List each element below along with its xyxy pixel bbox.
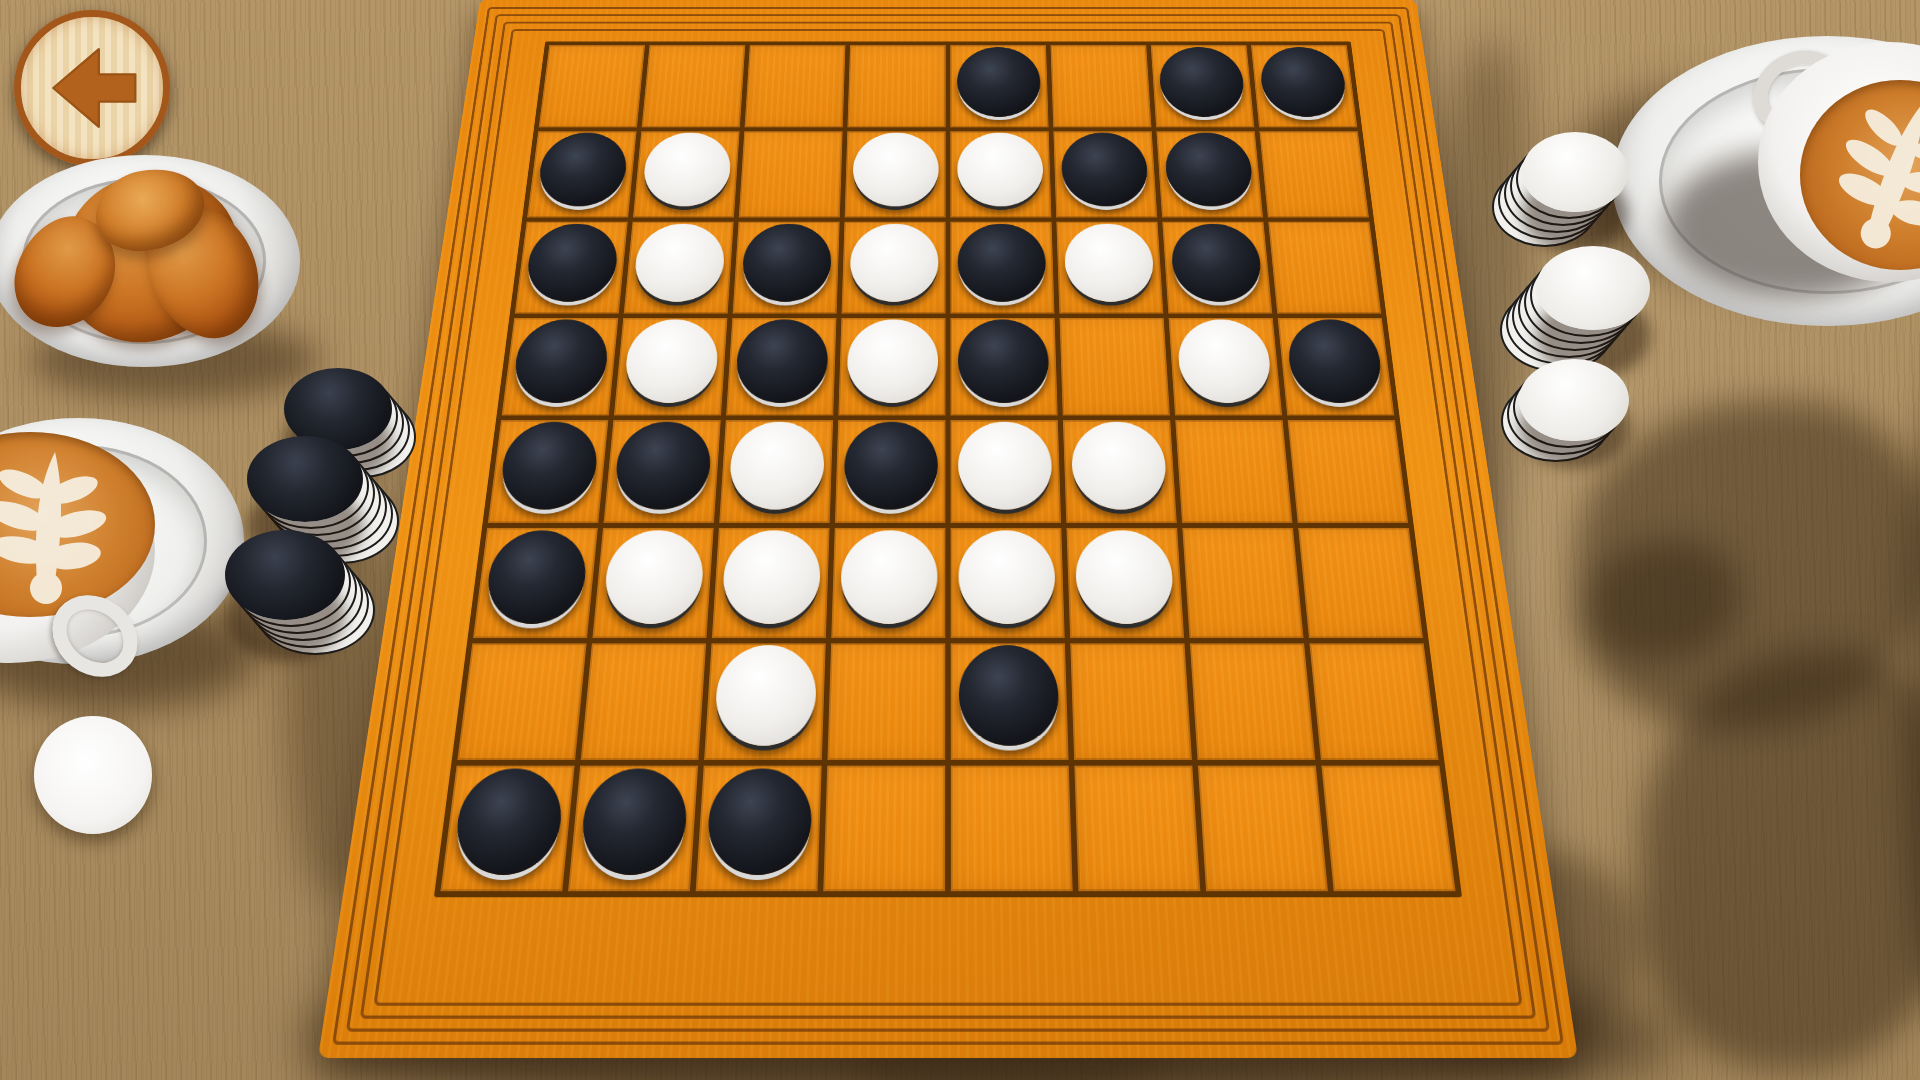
cell-r1c6[interactable] — [1051, 45, 1152, 127]
cell-r3c2[interactable] — [624, 222, 734, 314]
stack-top-disc-black — [247, 436, 363, 522]
cell-r5c1[interactable] — [488, 420, 609, 523]
disc-black — [536, 133, 630, 207]
disc-black — [1060, 133, 1149, 207]
disc-black — [734, 320, 829, 403]
latte-art-right — [1800, 80, 1920, 270]
cell-r8c4[interactable] — [823, 766, 945, 891]
cell-r3c5[interactable] — [950, 222, 1054, 314]
black-stack-3 — [225, 530, 375, 655]
cell-r1c2[interactable] — [642, 45, 746, 127]
cell-r7c4[interactable] — [827, 643, 945, 760]
cell-r7c3[interactable] — [704, 643, 826, 760]
stack-top-disc-white — [1536, 246, 1650, 330]
cell-r5c4[interactable] — [835, 420, 946, 523]
disc-white — [849, 224, 938, 302]
disc-black — [612, 422, 713, 510]
disc-black — [958, 320, 1050, 403]
disc-white — [957, 133, 1044, 207]
disc-white — [958, 422, 1053, 510]
cell-r8c6[interactable] — [1074, 766, 1200, 891]
white-stack-3 — [1501, 359, 1629, 462]
disc-black — [741, 224, 833, 302]
cell-r6c8[interactable] — [1298, 528, 1423, 638]
cell-r5c5[interactable] — [951, 420, 1062, 523]
disc-black — [959, 645, 1060, 745]
disc-white — [846, 320, 938, 403]
cell-r7c7[interactable] — [1190, 643, 1315, 760]
stack-top-disc-white — [1522, 132, 1628, 212]
arrow-left-icon — [35, 31, 149, 145]
disc-black — [451, 768, 566, 875]
disc-black — [843, 422, 938, 510]
disc-black — [483, 530, 590, 624]
disc-white — [1070, 422, 1168, 510]
cell-r6c1[interactable] — [473, 528, 598, 638]
cell-r4c5[interactable] — [950, 318, 1057, 415]
cell-r3c3[interactable] — [733, 222, 840, 314]
disc-black — [1163, 133, 1255, 207]
disc-black — [957, 224, 1046, 302]
back-button[interactable] — [14, 10, 170, 166]
disc-white — [641, 133, 733, 207]
cell-r2c3[interactable] — [739, 131, 843, 218]
cell-r6c6[interactable] — [1066, 528, 1184, 638]
disc-white — [728, 422, 826, 510]
cell-r4c2[interactable] — [614, 318, 728, 415]
cell-r7c6[interactable] — [1070, 643, 1192, 760]
game-scene — [0, 0, 1920, 1080]
cell-r3c7[interactable] — [1162, 222, 1272, 314]
disc-white — [602, 530, 706, 624]
disc-black — [578, 768, 690, 875]
cell-r3c4[interactable] — [842, 222, 946, 314]
othello-board — [318, 0, 1578, 1058]
cell-r2c8[interactable] — [1259, 131, 1369, 218]
cell-r4c8[interactable] — [1278, 318, 1395, 415]
cell-r2c2[interactable] — [633, 131, 740, 218]
cell-r8c8[interactable] — [1321, 766, 1455, 891]
board-grid — [434, 41, 1462, 897]
white-stack-2 — [1500, 246, 1650, 372]
cell-r2c5[interactable] — [950, 131, 1051, 218]
cell-r8c1[interactable] — [440, 766, 574, 891]
disc-white — [713, 645, 817, 745]
cell-r5c3[interactable] — [719, 420, 833, 523]
cell-r6c7[interactable] — [1182, 528, 1303, 638]
cell-r2c4[interactable] — [845, 131, 946, 218]
cell-r4c4[interactable] — [838, 318, 945, 415]
stack-top-disc-white — [1519, 359, 1629, 441]
latte-art-left — [0, 432, 155, 617]
cell-r4c7[interactable] — [1169, 318, 1283, 415]
latte-fern-icon — [1800, 80, 1920, 270]
disc-white — [632, 224, 726, 302]
cell-r8c7[interactable] — [1198, 766, 1328, 891]
board-scene — [318, 0, 1578, 1058]
cell-r7c5[interactable] — [951, 643, 1069, 760]
disc-black — [705, 768, 813, 875]
cell-r5c7[interactable] — [1175, 420, 1292, 523]
cell-r1c5[interactable] — [950, 45, 1048, 127]
cell-r5c2[interactable] — [604, 420, 721, 523]
disc-black — [1169, 224, 1263, 302]
cell-r7c2[interactable] — [581, 643, 706, 760]
disc-black — [1285, 320, 1385, 403]
cell-r7c8[interactable] — [1309, 643, 1438, 760]
disc-black — [957, 47, 1041, 117]
cell-r7c1[interactable] — [457, 643, 586, 760]
cell-r8c5[interactable] — [951, 766, 1073, 891]
cell-r4c6[interactable] — [1060, 318, 1170, 415]
stack-top-disc-black — [225, 530, 345, 620]
cell-r5c6[interactable] — [1063, 420, 1177, 523]
cell-r2c6[interactable] — [1053, 131, 1157, 218]
cell-r3c1[interactable] — [515, 222, 628, 314]
cell-r1c7[interactable] — [1151, 45, 1255, 127]
cell-r3c8[interactable] — [1268, 222, 1381, 314]
cell-r4c3[interactable] — [726, 318, 836, 415]
cell-r1c8[interactable] — [1251, 45, 1357, 127]
cell-r8c3[interactable] — [696, 766, 822, 891]
disc-white — [852, 133, 939, 207]
disc-black — [1258, 47, 1349, 117]
cell-r1c1[interactable] — [539, 45, 645, 127]
disc-black — [511, 320, 611, 403]
disc-black — [497, 422, 600, 510]
disc-white — [623, 320, 720, 403]
turn-indicator-white-disc — [34, 716, 152, 834]
cell-r6c5[interactable] — [951, 528, 1065, 638]
disc-white — [1176, 320, 1273, 403]
disc-black — [1158, 47, 1247, 117]
cell-r8c2[interactable] — [568, 766, 698, 891]
latte-fern-icon — [0, 432, 155, 617]
cell-r3c6[interactable] — [1056, 222, 1163, 314]
white-stack-1 — [1492, 132, 1628, 247]
cell-r6c2[interactable] — [592, 528, 713, 638]
disc-white — [1074, 530, 1175, 624]
cell-r1c3[interactable] — [745, 45, 846, 127]
cell-r2c7[interactable] — [1156, 131, 1263, 218]
disc-white — [840, 530, 938, 624]
disc-white — [721, 530, 822, 624]
cell-r4c1[interactable] — [502, 318, 619, 415]
disc-white — [1063, 224, 1155, 302]
cell-r5c8[interactable] — [1288, 420, 1409, 523]
cell-r2c1[interactable] — [527, 131, 637, 218]
cell-r6c4[interactable] — [831, 528, 945, 638]
disc-black — [524, 224, 621, 302]
disc-white — [958, 530, 1056, 624]
cell-r6c3[interactable] — [712, 528, 830, 638]
cell-r1c4[interactable] — [847, 45, 945, 127]
